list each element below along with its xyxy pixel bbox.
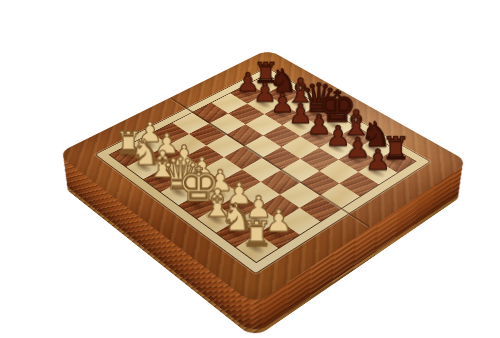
- white-rook-icon: ♜: [228, 217, 286, 250]
- chess-set-photo: ♜♞♝♛♚♝♞♜♟♟♟♟♟♟♟♟♟♟♟♟♟♟♟♟♜♞♝♛♚♝♞♜: [0, 0, 500, 338]
- black-pawn-icon: ♟: [351, 147, 404, 174]
- pieces-layer: ♜♞♝♛♚♝♞♜♟♟♟♟♟♟♟♟♟♟♟♟♟♟♟♟♜♞♝♛♚♝♞♜: [57, 49, 470, 305]
